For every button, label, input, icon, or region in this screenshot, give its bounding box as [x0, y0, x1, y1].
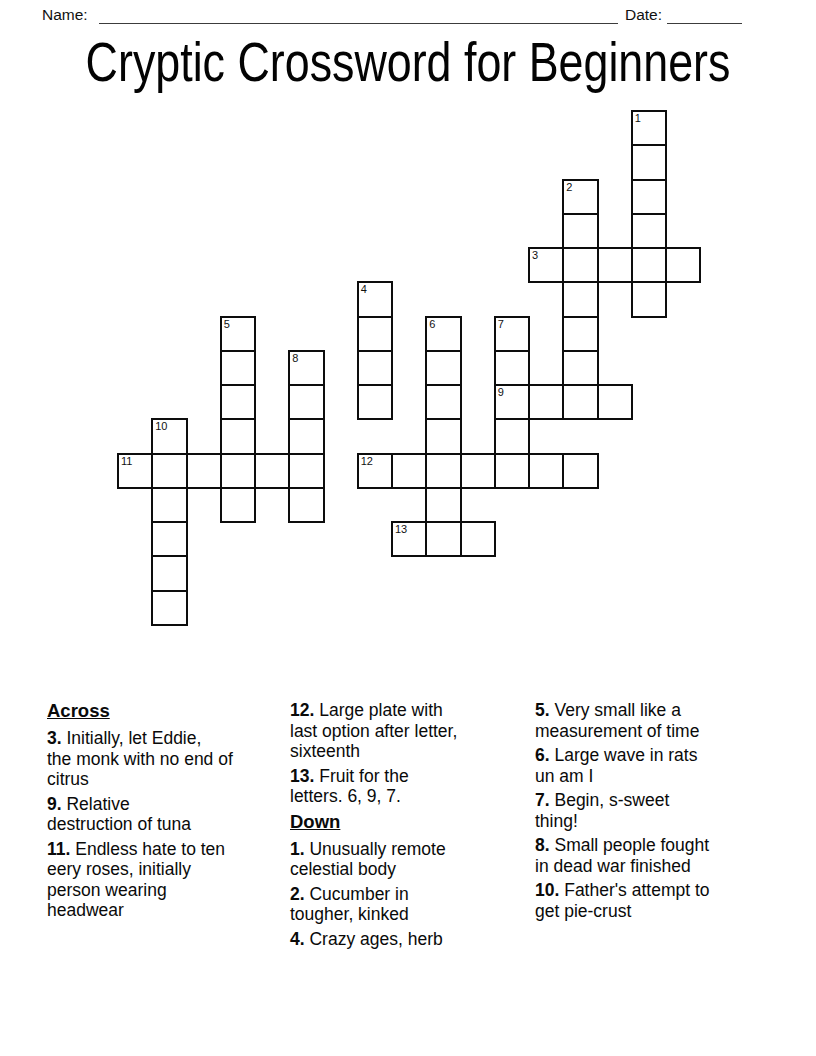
cell-clue-number: 9 — [498, 387, 504, 398]
clue-number: 8. — [535, 835, 550, 855]
cell-clue-number: 2 — [566, 182, 572, 193]
grid-cell[interactable] — [528, 453, 564, 489]
grid-cell[interactable] — [562, 281, 598, 317]
grid-cell[interactable] — [597, 247, 633, 283]
clue-number: 3. — [47, 728, 62, 748]
name-input-line[interactable] — [99, 4, 618, 24]
cell-clue-number: 11 — [121, 456, 132, 467]
clue-number: 1. — [290, 839, 305, 859]
clue-number: 2. — [290, 884, 305, 904]
clue: 9. Relativedestruction of tuna — [47, 794, 293, 835]
date-input-line[interactable] — [667, 4, 742, 24]
grid-cell[interactable] — [425, 453, 461, 489]
cell-clue-number: 13 — [395, 524, 407, 535]
clue: 2. Cucumber intougher, kinked — [290, 884, 536, 925]
clue-number: 5. — [535, 700, 550, 720]
grid-cell[interactable] — [460, 521, 496, 557]
clue: 6. Large wave in ratsun am I — [535, 745, 781, 786]
clue-number: 10. — [535, 880, 559, 900]
grid-cell[interactable] — [288, 384, 324, 420]
grid-cell[interactable] — [425, 521, 461, 557]
grid-cell[interactable] — [357, 350, 393, 386]
grid-cell[interactable] — [562, 384, 598, 420]
clue-number: 13. — [290, 766, 314, 786]
clue: 10. Father's attempt toget pie-crust — [535, 880, 781, 921]
clue-column-3: 5. Very small like ameasurement of time6… — [535, 700, 781, 925]
name-label: Name: — [42, 6, 88, 24]
grid-cell[interactable] — [597, 384, 633, 420]
grid-cell[interactable] — [357, 384, 393, 420]
page-title-text: Cryptic Crossword for Beginners — [86, 33, 731, 91]
grid-cell[interactable] — [562, 247, 598, 283]
clue: 12. Large plate withlast option after le… — [290, 700, 536, 762]
clue-column-1: Across3. Initially, let Eddie,the monk w… — [47, 700, 293, 925]
cell-clue-number: 6 — [429, 319, 435, 330]
page-title: Cryptic Crossword for Beginners — [0, 33, 816, 91]
grid-cell[interactable] — [220, 384, 256, 420]
grid-cell[interactable] — [631, 213, 667, 249]
cell-clue-number: 7 — [498, 319, 504, 330]
grid-cell[interactable] — [220, 418, 256, 454]
cell-clue-number: 10 — [155, 421, 167, 432]
grid-cell[interactable] — [151, 590, 187, 626]
clue-section-heading: Across — [47, 700, 293, 722]
grid-cell[interactable] — [151, 555, 187, 591]
clue-number: 4. — [290, 929, 305, 949]
grid-cell[interactable] — [186, 453, 222, 489]
clue: 13. Fruit for theletters. 6, 9, 7. — [290, 766, 536, 807]
grid-cell[interactable] — [494, 453, 530, 489]
cell-clue-number: 3 — [532, 250, 538, 261]
grid-cell[interactable] — [425, 384, 461, 420]
cell-clue-number: 5 — [224, 319, 230, 330]
clue-section-heading: Down — [290, 811, 536, 833]
clue-number: 9. — [47, 794, 62, 814]
cell-clue-number: 1 — [635, 113, 641, 124]
clue-number: 11. — [47, 839, 70, 859]
grid-cell[interactable] — [220, 453, 256, 489]
grid-cell[interactable] — [288, 418, 324, 454]
clue: 5. Very small like ameasurement of time — [535, 700, 781, 741]
clue-number: 12. — [290, 700, 314, 720]
grid-cell[interactable] — [425, 418, 461, 454]
clue: 8. Small people foughtin dead war finish… — [535, 835, 781, 876]
clue-number: 7. — [535, 790, 550, 810]
clue-number: 6. — [535, 745, 550, 765]
clue: 11. Endless hate to teneery roses, initi… — [47, 839, 293, 921]
worksheet-page: Name: Date: Cryptic Crossword for Beginn… — [0, 0, 816, 1056]
grid-cell[interactable] — [494, 418, 530, 454]
grid-cell[interactable] — [494, 350, 530, 386]
grid-cell[interactable] — [631, 247, 667, 283]
grid-cell[interactable] — [391, 453, 427, 489]
grid-cell[interactable] — [631, 281, 667, 317]
grid-cell[interactable] — [357, 316, 393, 352]
grid-cell[interactable] — [562, 213, 598, 249]
cell-clue-number: 4 — [361, 284, 367, 295]
grid-cell[interactable] — [151, 453, 187, 489]
crossword-grid: 12345678910111213 — [117, 110, 705, 628]
grid-cell[interactable] — [220, 487, 256, 523]
clue: 1. Unusually remotecelestial body — [290, 839, 536, 880]
grid-cell[interactable] — [665, 247, 701, 283]
grid-cell[interactable] — [631, 179, 667, 215]
grid-cell[interactable] — [425, 350, 461, 386]
date-label: Date: — [625, 6, 662, 24]
clue-column-2: 12. Large plate withlast option after le… — [290, 700, 536, 953]
grid-cell[interactable] — [288, 453, 324, 489]
grid-cell[interactable] — [288, 487, 324, 523]
clue: 3. Initially, let Eddie,the monk with no… — [47, 728, 293, 790]
grid-cell[interactable] — [562, 316, 598, 352]
grid-cell[interactable] — [631, 144, 667, 180]
grid-cell[interactable] — [562, 350, 598, 386]
grid-cell[interactable] — [562, 453, 598, 489]
cell-clue-number: 12 — [361, 456, 373, 467]
cell-clue-number: 8 — [292, 353, 298, 364]
grid-cell[interactable] — [460, 453, 496, 489]
grid-cell[interactable] — [220, 350, 256, 386]
clue: 7. Begin, s-sweetthing! — [535, 790, 781, 831]
grid-cell[interactable] — [425, 487, 461, 523]
clue: 4. Crazy ages, herb — [290, 929, 536, 950]
grid-cell[interactable] — [528, 384, 564, 420]
grid-cell[interactable] — [151, 521, 187, 557]
grid-cell[interactable] — [254, 453, 290, 489]
grid-cell[interactable] — [151, 487, 187, 523]
